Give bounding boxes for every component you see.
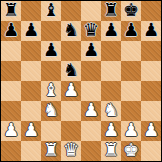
white-pawn: ♟ <box>63 81 79 100</box>
black-queen: ♛ <box>83 21 99 40</box>
square-b1[interactable] <box>21 141 41 161</box>
square-f3[interactable]: ♞ <box>101 101 121 121</box>
white-rook: ♜ <box>43 141 59 160</box>
black-pawn: ♟ <box>143 21 159 40</box>
white-pawn: ♟ <box>143 121 159 140</box>
square-h3[interactable] <box>141 101 161 121</box>
square-g8[interactable]: ♚ <box>121 1 141 21</box>
square-b6[interactable] <box>21 41 41 61</box>
square-a5[interactable] <box>1 61 21 81</box>
square-c2[interactable] <box>41 121 61 141</box>
white-bishop: ♝ <box>43 81 59 100</box>
black-knight: ♞ <box>63 61 79 80</box>
square-f8[interactable]: ♜ <box>101 1 121 21</box>
square-a4[interactable] <box>1 81 21 101</box>
black-pawn: ♟ <box>3 21 19 40</box>
square-e6[interactable]: ♟ <box>81 41 101 61</box>
square-c1[interactable]: ♜ <box>41 141 61 161</box>
square-g2[interactable]: ♟ <box>121 121 141 141</box>
square-f6[interactable] <box>101 41 121 61</box>
square-h1[interactable] <box>141 141 161 161</box>
square-c6[interactable]: ♟ <box>41 41 61 61</box>
square-c7[interactable] <box>41 21 61 41</box>
square-b4[interactable] <box>21 81 41 101</box>
square-e1[interactable] <box>81 141 101 161</box>
square-d1[interactable]: ♛ <box>61 141 81 161</box>
square-g7[interactable]: ♟ <box>121 21 141 41</box>
white-pawn: ♟ <box>23 121 39 140</box>
square-h4[interactable] <box>141 81 161 101</box>
square-f2[interactable]: ♟ <box>101 121 121 141</box>
white-king: ♚ <box>123 141 139 160</box>
black-bishop: ♝ <box>43 1 59 20</box>
black-pawn: ♟ <box>103 21 119 40</box>
square-b7[interactable]: ♟ <box>21 21 41 41</box>
square-g4[interactable] <box>121 81 141 101</box>
square-d2[interactable] <box>61 121 81 141</box>
square-d6[interactable] <box>61 41 81 61</box>
square-h8[interactable] <box>141 1 161 21</box>
white-pawn: ♟ <box>103 121 119 140</box>
square-b8[interactable] <box>21 1 41 21</box>
square-e7[interactable]: ♛ <box>81 21 101 41</box>
black-pawn: ♟ <box>123 21 139 40</box>
black-king: ♚ <box>123 1 139 20</box>
white-queen: ♛ <box>63 141 79 160</box>
black-pawn: ♟ <box>43 41 59 60</box>
white-pawn: ♟ <box>83 101 99 120</box>
chess-board: ♜♝♜♚♟♟♞♛♟♟♟♟♟♞♝♟♞♟♞♟♟♟♟♟♜♛♜♚ <box>0 0 162 162</box>
square-d7[interactable]: ♞ <box>61 21 81 41</box>
white-knight: ♞ <box>43 101 59 120</box>
square-f4[interactable] <box>101 81 121 101</box>
black-rook: ♜ <box>3 1 19 20</box>
square-b3[interactable] <box>21 101 41 121</box>
square-e5[interactable] <box>81 61 101 81</box>
square-b2[interactable]: ♟ <box>21 121 41 141</box>
square-d5[interactable]: ♞ <box>61 61 81 81</box>
black-pawn: ♟ <box>83 41 99 60</box>
square-a1[interactable] <box>1 141 21 161</box>
square-h5[interactable] <box>141 61 161 81</box>
square-a6[interactable] <box>1 41 21 61</box>
square-e2[interactable] <box>81 121 101 141</box>
white-rook: ♜ <box>103 141 119 160</box>
white-knight: ♞ <box>103 101 119 120</box>
square-e8[interactable] <box>81 1 101 21</box>
square-d8[interactable] <box>61 1 81 21</box>
square-a2[interactable]: ♟ <box>1 121 21 141</box>
square-h2[interactable]: ♟ <box>141 121 161 141</box>
black-pawn: ♟ <box>23 21 39 40</box>
square-h7[interactable]: ♟ <box>141 21 161 41</box>
square-e3[interactable]: ♟ <box>81 101 101 121</box>
square-g3[interactable] <box>121 101 141 121</box>
black-rook: ♜ <box>103 1 119 20</box>
square-b5[interactable] <box>21 61 41 81</box>
square-f5[interactable] <box>101 61 121 81</box>
square-f1[interactable]: ♜ <box>101 141 121 161</box>
square-d3[interactable] <box>61 101 81 121</box>
square-c4[interactable]: ♝ <box>41 81 61 101</box>
square-a7[interactable]: ♟ <box>1 21 21 41</box>
white-pawn: ♟ <box>3 121 19 140</box>
black-knight: ♞ <box>63 21 79 40</box>
square-a3[interactable] <box>1 101 21 121</box>
white-pawn: ♟ <box>123 121 139 140</box>
square-c8[interactable]: ♝ <box>41 1 61 21</box>
square-f7[interactable]: ♟ <box>101 21 121 41</box>
square-g6[interactable] <box>121 41 141 61</box>
square-c3[interactable]: ♞ <box>41 101 61 121</box>
square-d4[interactable]: ♟ <box>61 81 81 101</box>
square-h6[interactable] <box>141 41 161 61</box>
square-g1[interactable]: ♚ <box>121 141 141 161</box>
square-a8[interactable]: ♜ <box>1 1 21 21</box>
square-c5[interactable] <box>41 61 61 81</box>
square-g5[interactable] <box>121 61 141 81</box>
square-e4[interactable] <box>81 81 101 101</box>
